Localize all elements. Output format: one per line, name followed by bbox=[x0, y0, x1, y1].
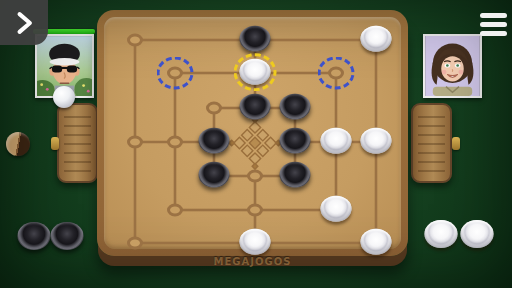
white-piece-g1[interactable] bbox=[361, 229, 392, 255]
empty-point-ring bbox=[127, 237, 143, 250]
watermark: MEGAJOGOS bbox=[97, 256, 408, 267]
two-tone-piece-button[interactable] bbox=[6, 132, 30, 156]
left-piece-tray bbox=[57, 103, 98, 183]
white-hand-piece-2[interactable] bbox=[461, 220, 494, 248]
hamburger-icon bbox=[480, 22, 507, 27]
menu-button[interactable] bbox=[478, 9, 508, 40]
white-piece-g4[interactable] bbox=[361, 128, 392, 154]
right-piece-tray bbox=[411, 103, 452, 183]
white-piece-f2[interactable] bbox=[321, 196, 352, 222]
selected-piece-highlight bbox=[234, 53, 277, 91]
woman-avatar-image bbox=[425, 36, 480, 96]
empty-point-ring bbox=[328, 67, 344, 80]
screen: MEGAJOGOS bbox=[0, 0, 512, 288]
empty-point-ring bbox=[167, 204, 183, 217]
chevron-right-icon bbox=[7, 6, 41, 40]
white-piece-g7[interactable] bbox=[361, 26, 392, 52]
empty-point-ring bbox=[167, 67, 183, 80]
black-hand-piece-1[interactable] bbox=[18, 222, 51, 250]
hamburger-icon bbox=[480, 31, 507, 36]
hamburger-icon bbox=[480, 13, 507, 18]
white-piece-d1[interactable] bbox=[240, 229, 271, 255]
empty-point-ring bbox=[247, 170, 263, 183]
left-player-color-indicator-white-ball bbox=[53, 86, 75, 108]
white-hand-piece-1[interactable] bbox=[425, 220, 458, 248]
center-ornament bbox=[229, 117, 281, 169]
empty-point-ring bbox=[167, 136, 183, 149]
empty-point-ring bbox=[247, 204, 263, 217]
black-piece-c4[interactable] bbox=[199, 128, 230, 154]
black-piece-e3[interactable] bbox=[280, 162, 311, 188]
left-tray-handle-icon bbox=[51, 137, 59, 150]
empty-point-ring bbox=[127, 34, 143, 47]
empty-point-ring bbox=[127, 136, 143, 149]
black-piece-d7[interactable] bbox=[240, 26, 271, 52]
right-tray-handle-icon bbox=[452, 137, 460, 150]
white-piece-f4[interactable] bbox=[321, 128, 352, 154]
board bbox=[97, 10, 408, 256]
black-piece-d5[interactable] bbox=[240, 94, 271, 120]
black-piece-e5[interactable] bbox=[280, 94, 311, 120]
empty-point-ring bbox=[206, 102, 222, 115]
right-player-avatar[interactable] bbox=[423, 34, 482, 98]
black-hand-piece-2[interactable] bbox=[51, 222, 84, 250]
black-piece-c3[interactable] bbox=[199, 162, 230, 188]
back-button[interactable] bbox=[0, 0, 48, 45]
black-piece-e4[interactable] bbox=[280, 128, 311, 154]
